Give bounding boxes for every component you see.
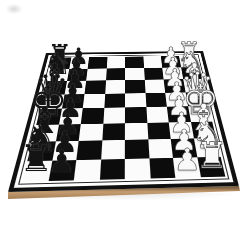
piece-white-pawn-h2: ♟	[174, 144, 201, 174]
product-photo: ♜♞♝♛♚♝♞♜♟♟♟♟♟♟♟♟♟♟♟♟♟♟♟♟♜♞♝♛♚♝♞♜	[0, 0, 250, 250]
piece-black-pawn-h7: ♟	[48, 147, 75, 178]
pieces-layer: ♜♞♝♛♚♝♞♜♟♟♟♟♟♟♟♟♟♟♟♟♟♟♟♟♜♞♝♛♚♝♞♜	[0, 0, 250, 250]
